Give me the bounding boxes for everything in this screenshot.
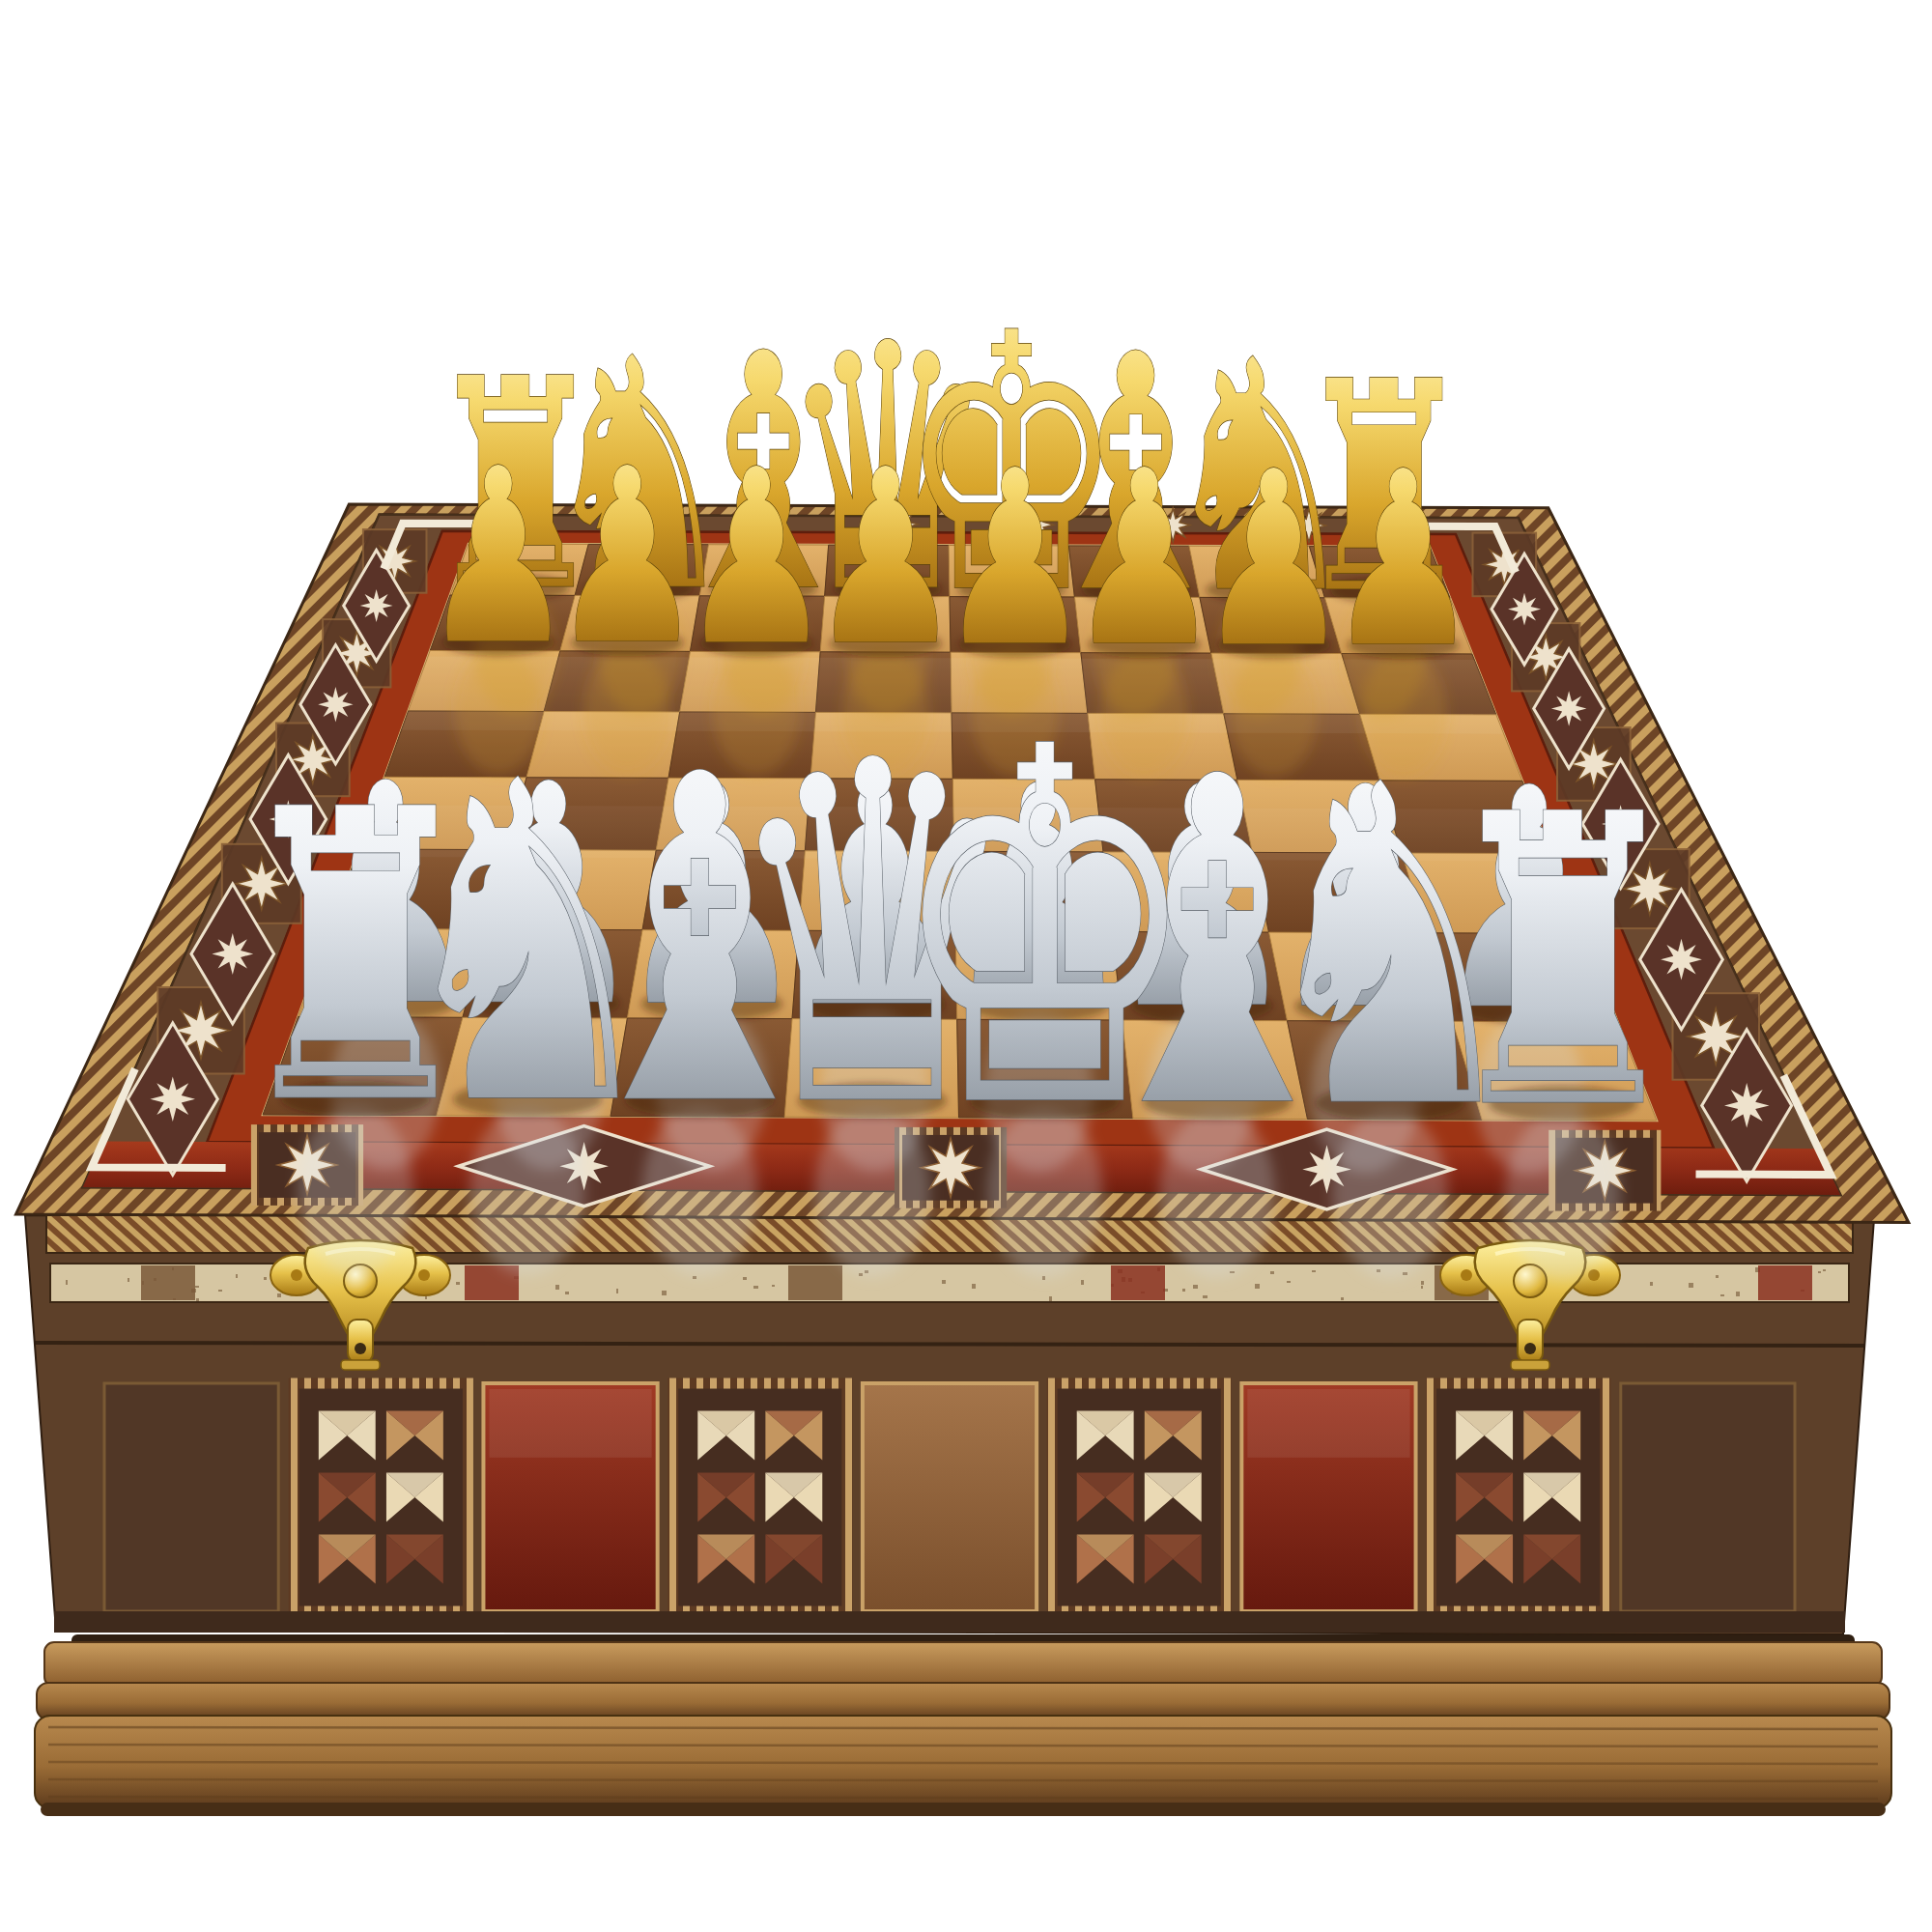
latch-hole bbox=[1524, 1343, 1536, 1354]
plinth-ogee-molding bbox=[37, 1683, 1889, 1719]
chess-scene: ♜♞♝♛♚♝♞♜♟♟♟♟♟♟♟♟♟♟♟♟♟♟♟♟♜♞♝♛♚♝♞♜ bbox=[0, 0, 1932, 1932]
plinth-bottom-edge bbox=[41, 1803, 1886, 1816]
chess-box-product-photo: ♜♞♝♛♚♝♞♜♟♟♟♟♟♟♟♟♟♟♟♟♟♟♟♟♜♞♝♛♚♝♞♜ bbox=[0, 0, 1932, 1932]
front-panel-chestnut bbox=[863, 1383, 1037, 1611]
latch-keeper bbox=[1511, 1360, 1549, 1370]
latch-tongue bbox=[348, 1320, 373, 1362]
front-band-segment bbox=[1111, 1265, 1165, 1300]
latch-tongue bbox=[1518, 1320, 1543, 1362]
front-panel-plain bbox=[104, 1383, 278, 1611]
front-bottom-edge bbox=[54, 1611, 1845, 1633]
star-inlay-icon bbox=[151, 1076, 196, 1122]
plinth-top-molding bbox=[44, 1642, 1882, 1687]
latch-keeper bbox=[341, 1360, 380, 1370]
box-plinth-base bbox=[35, 1634, 1891, 1816]
front-band-segment bbox=[1758, 1265, 1812, 1300]
piece-gold-pawn-h7[interactable]: ♟ bbox=[1326, 419, 1480, 699]
latch-hole bbox=[355, 1343, 366, 1354]
front-band-segment bbox=[141, 1265, 195, 1300]
star-inlay-icon bbox=[1724, 1083, 1770, 1128]
piece-silver-rook-h1[interactable]: ♜ bbox=[1435, 730, 1690, 1197]
front-panel-plain bbox=[1621, 1383, 1795, 1611]
front-band-segment bbox=[788, 1265, 842, 1300]
chess-pieces: ♜♞♝♛♚♝♞♜♟♟♟♟♟♟♟♟♟♟♟♟♟♟♟♟♜♞♝♛♚♝♞♜ bbox=[228, 259, 1690, 1215]
